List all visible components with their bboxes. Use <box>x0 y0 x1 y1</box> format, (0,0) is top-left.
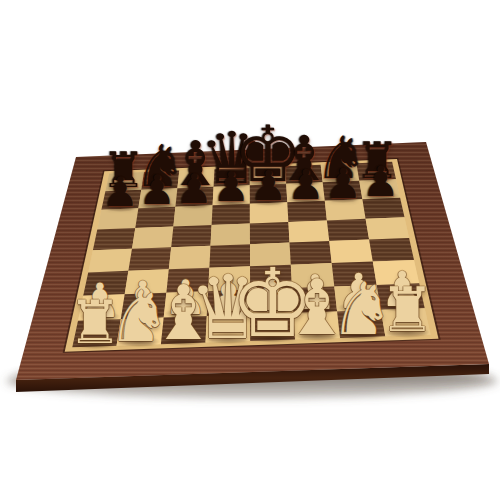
square-e8 <box>250 166 286 185</box>
square-d3 <box>208 266 250 291</box>
square-b3 <box>125 269 169 294</box>
square-f5 <box>288 220 329 242</box>
square-d4-grain <box>209 244 250 268</box>
square-a5-grain <box>93 228 135 250</box>
square-a2 <box>78 294 125 320</box>
square-g7-grain <box>323 181 363 201</box>
square-g5-grain <box>327 219 369 241</box>
chess-board <box>0 0 500 500</box>
square-c5-grain <box>171 225 211 247</box>
square-c2 <box>164 291 208 317</box>
square-f3 <box>291 263 335 288</box>
square-f6-grain <box>287 201 327 222</box>
square-d5 <box>211 223 251 245</box>
square-b5 <box>132 227 173 249</box>
square-h5 <box>366 217 410 239</box>
square-d6-grain <box>212 204 250 225</box>
square-c4 <box>169 246 211 270</box>
square-g1-grain <box>337 310 385 338</box>
square-h6-grain <box>362 198 404 219</box>
square-f7 <box>286 182 325 202</box>
square-g6 <box>325 199 366 220</box>
square-b2-grain <box>121 293 167 320</box>
square-g4 <box>329 240 373 264</box>
square-g3-grain <box>332 262 377 287</box>
square-d7 <box>213 185 250 205</box>
square-c7-grain <box>175 187 213 207</box>
square-d8-grain <box>214 168 250 187</box>
square-e5-grain <box>250 222 290 244</box>
square-e2 <box>250 288 293 315</box>
square-a7-grain <box>101 190 141 210</box>
chess-set-photo: ♜♞♝♛♚♝♞♜♟♟♟♟♟♟♟♟♟♟♟♟♟♟♟♟♜♞♝♛♚♝♞♜ <box>0 0 500 500</box>
square-g8 <box>321 163 360 182</box>
square-h1 <box>381 308 431 336</box>
square-b4-grain <box>128 247 171 270</box>
square-a4 <box>88 249 132 273</box>
square-e3-grain <box>250 265 292 290</box>
square-a1-grain <box>72 319 121 347</box>
square-c1-grain <box>161 316 207 344</box>
square-g2 <box>334 285 381 312</box>
square-b8-grain <box>141 171 179 190</box>
square-h2-grain <box>377 283 425 310</box>
square-c8 <box>177 169 214 188</box>
square-b1 <box>117 318 164 346</box>
square-e4 <box>250 243 291 267</box>
square-e6 <box>250 202 289 223</box>
square-a8 <box>105 172 144 191</box>
square-d1 <box>206 315 251 343</box>
square-d2-grain <box>207 290 250 317</box>
square-c3-grain <box>166 268 209 293</box>
square-c6 <box>173 205 212 226</box>
square-b6-grain <box>135 207 175 228</box>
square-f8-grain <box>285 165 323 184</box>
square-e7-grain <box>250 184 287 204</box>
square-f1 <box>294 311 341 339</box>
square-b7 <box>138 188 177 208</box>
square-f2-grain <box>292 287 337 313</box>
square-h4-grain <box>369 238 414 262</box>
square-e1-grain <box>250 313 295 341</box>
square-a3-grain <box>83 271 128 296</box>
square-a6 <box>97 208 138 229</box>
square-f4-grain <box>290 241 332 265</box>
square-h8-grain <box>356 162 396 181</box>
square-h7 <box>359 179 400 199</box>
square-h3 <box>373 260 419 285</box>
